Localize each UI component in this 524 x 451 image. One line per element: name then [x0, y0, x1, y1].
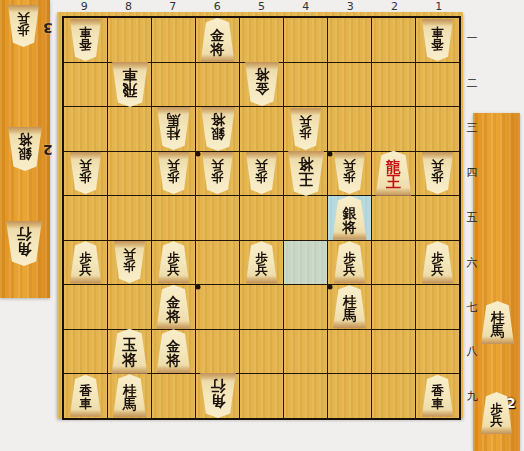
square-7-9[interactable] — [152, 374, 195, 418]
gote-hand-歩兵[interactable]: 歩兵3 — [7, 5, 47, 51]
square-8-7[interactable] — [108, 285, 151, 329]
sente-piece-歩兵[interactable]: 歩兵 — [333, 241, 366, 283]
gote-piece-歩兵[interactable]: 歩兵 — [69, 152, 102, 194]
sente-piece-龍王[interactable]: 龍王 — [375, 151, 413, 196]
star-point — [195, 285, 200, 290]
square-1-1[interactable]: 香車 — [416, 18, 459, 62]
gote-piece-歩兵[interactable]: 歩兵 — [201, 152, 234, 194]
piece-kanji: 歩兵 — [255, 252, 268, 277]
piece-kanji: 桂馬 — [343, 295, 357, 322]
sente-piece-歩兵[interactable]: 歩兵 — [245, 241, 278, 283]
square-4-9[interactable] — [284, 374, 327, 418]
file-label-8: 8 — [106, 0, 150, 13]
square-9-1[interactable]: 香車 — [64, 18, 107, 62]
file-label-6: 6 — [195, 0, 239, 13]
square-6-5[interactable] — [196, 196, 239, 240]
gote-piece-飛車[interactable]: 飛車 — [111, 62, 149, 107]
sente-piece-銀将[interactable]: 銀将 — [332, 196, 368, 240]
sente-piece-歩兵[interactable]: 歩兵 — [157, 241, 190, 283]
square-8-5[interactable] — [108, 196, 151, 240]
square-6-3[interactable]: 銀将 — [196, 107, 239, 151]
gote-captured-stand: 歩兵3銀将2角行 — [0, 0, 50, 298]
piece-kanji: 銀将 — [211, 113, 225, 141]
square-7-4[interactable]: 歩兵 — [152, 152, 195, 196]
rank-label-3: 三 — [464, 106, 480, 151]
gote-hand-角行[interactable]: 角行 — [5, 221, 45, 267]
square-5-3[interactable] — [240, 107, 283, 151]
piece-kanji: 歩兵 — [255, 159, 268, 184]
piece-kanji: 歩兵 — [167, 252, 180, 277]
piece-kanji: 香車 — [79, 385, 92, 410]
sente-hand-桂馬[interactable]: 桂馬 — [480, 301, 520, 347]
square-5-6[interactable]: 歩兵 — [240, 241, 283, 285]
gote-piece-角行[interactable]: 角行 — [5, 221, 43, 266]
square-5-7[interactable] — [240, 285, 283, 329]
square-8-1[interactable] — [108, 18, 151, 62]
file-label-9: 9 — [62, 0, 106, 13]
square-5-1[interactable] — [240, 18, 283, 62]
rank-label-9: 九 — [464, 374, 480, 419]
rank-label-2: 二 — [464, 61, 480, 106]
square-2-1[interactable] — [372, 18, 415, 62]
piece-kanji: 香車 — [79, 25, 92, 50]
piece-kanji: 歩兵 — [79, 159, 92, 184]
gote-piece-歩兵[interactable]: 歩兵 — [245, 152, 278, 194]
piece-kanji: 龍王 — [386, 160, 401, 190]
sente-piece-金将[interactable]: 金将 — [200, 18, 236, 62]
sente-piece-金将[interactable]: 金将 — [156, 329, 192, 373]
square-8-4[interactable] — [108, 152, 151, 196]
square-2-4[interactable]: 龍王 — [372, 152, 415, 196]
sente-piece-桂馬[interactable]: 桂馬 — [332, 285, 367, 328]
square-8-6[interactable]: 歩兵 — [108, 241, 151, 285]
gote-piece-角行[interactable]: 角行 — [199, 373, 237, 418]
piece-kanji: 金将 — [167, 295, 181, 323]
square-9-2[interactable] — [64, 63, 107, 107]
square-9-6[interactable]: 歩兵 — [64, 241, 107, 285]
rank-label-8: 八 — [464, 329, 480, 374]
piece-kanji: 歩兵 — [79, 252, 92, 277]
square-7-2[interactable] — [152, 63, 195, 107]
piece-kanji: 歩兵 — [211, 159, 224, 184]
piece-kanji: 香車 — [431, 25, 444, 50]
square-8-2[interactable]: 飛車 — [108, 63, 151, 107]
gote-piece-銀将[interactable]: 銀将 — [200, 107, 236, 151]
file-label-1: 1 — [417, 0, 461, 13]
piece-kanji: 飛車 — [122, 67, 137, 97]
square-8-8[interactable]: 玉将 — [108, 330, 151, 374]
square-5-9[interactable] — [240, 374, 283, 418]
hand-count: 2 — [43, 143, 53, 157]
sente-piece-歩兵[interactable]: 歩兵 — [480, 392, 513, 434]
square-9-3[interactable] — [64, 107, 107, 151]
gote-piece-香車[interactable]: 香車 — [421, 19, 454, 61]
rank-label-4: 四 — [464, 150, 480, 195]
piece-kanji: 歩兵 — [431, 252, 444, 277]
square-3-3[interactable] — [328, 107, 371, 151]
rank-labels: 一二三四五六七八九 — [464, 16, 480, 419]
gote-piece-銀将[interactable]: 銀将 — [7, 127, 43, 171]
sente-piece-歩兵[interactable]: 歩兵 — [69, 241, 102, 283]
piece-kanji: 角行 — [17, 227, 32, 257]
piece-kanji: 銀将 — [343, 206, 357, 234]
gote-piece-歩兵[interactable]: 歩兵 — [289, 108, 322, 150]
star-point — [327, 285, 332, 290]
square-2-2[interactable] — [372, 63, 415, 107]
gote-piece-歩兵[interactable]: 歩兵 — [421, 152, 454, 194]
rank-label-5: 五 — [464, 195, 480, 240]
hand-count: 3 — [43, 21, 53, 35]
sente-captured-stand: 桂馬歩兵2 — [473, 113, 520, 451]
rank-label-6: 六 — [464, 240, 480, 285]
piece-kanji: 銀将 — [18, 133, 32, 161]
square-5-2[interactable]: 金将 — [240, 63, 283, 107]
file-label-4: 4 — [284, 0, 328, 13]
piece-kanji: 歩兵 — [343, 159, 356, 184]
square-7-5[interactable] — [152, 196, 195, 240]
piece-kanji: 桂馬 — [167, 113, 181, 140]
file-label-3: 3 — [328, 0, 372, 13]
sente-piece-香車[interactable]: 香車 — [421, 375, 454, 417]
square-7-8[interactable]: 金将 — [152, 330, 195, 374]
square-3-7[interactable]: 桂馬 — [328, 285, 371, 329]
file-label-7: 7 — [151, 0, 195, 13]
sente-piece-桂馬[interactable]: 桂馬 — [480, 301, 515, 344]
square-4-1[interactable] — [284, 18, 327, 62]
square-2-6[interactable] — [372, 241, 415, 285]
board-grid: 香車金将香車飛車金将桂馬銀将歩兵歩兵歩兵歩兵歩兵王将歩兵龍王歩兵銀将歩兵歩兵歩兵… — [62, 16, 461, 420]
gote-piece-金将[interactable]: 金将 — [244, 62, 280, 106]
square-2-7[interactable] — [372, 285, 415, 329]
gote-piece-王将[interactable]: 王将 — [287, 151, 325, 196]
piece-kanji: 金将 — [211, 28, 225, 56]
square-2-3[interactable] — [372, 107, 415, 151]
square-3-6[interactable]: 歩兵 — [328, 241, 371, 285]
square-9-4[interactable]: 歩兵 — [64, 152, 107, 196]
square-2-9[interactable] — [372, 374, 415, 418]
square-6-8[interactable] — [196, 330, 239, 374]
piece-kanji: 角行 — [210, 379, 225, 409]
square-1-4[interactable]: 歩兵 — [416, 152, 459, 196]
file-label-5: 5 — [239, 0, 283, 13]
piece-kanji: 歩兵 — [123, 248, 136, 273]
piece-kanji: 王将 — [298, 156, 313, 186]
square-6-4[interactable]: 歩兵 — [196, 152, 239, 196]
square-9-9[interactable]: 香車 — [64, 374, 107, 418]
square-6-7[interactable] — [196, 285, 239, 329]
square-8-3[interactable] — [108, 107, 151, 151]
square-6-6[interactable] — [196, 241, 239, 285]
square-5-8[interactable] — [240, 330, 283, 374]
square-4-2[interactable] — [284, 63, 327, 107]
square-3-1[interactable] — [328, 18, 371, 62]
sente-piece-金将[interactable]: 金将 — [156, 285, 192, 329]
square-7-1[interactable] — [152, 18, 195, 62]
sente-piece-歩兵[interactable]: 歩兵 — [421, 241, 454, 283]
piece-kanji: 桂馬 — [123, 384, 137, 411]
star-point — [327, 151, 332, 156]
gote-hand-銀将[interactable]: 銀将2 — [7, 127, 47, 173]
square-2-5[interactable] — [372, 196, 415, 240]
star-point — [195, 151, 200, 156]
piece-kanji: 金将 — [255, 68, 269, 96]
piece-kanji: 香車 — [431, 385, 444, 410]
square-4-5[interactable] — [284, 196, 327, 240]
square-5-4[interactable]: 歩兵 — [240, 152, 283, 196]
square-5-5[interactable] — [240, 196, 283, 240]
square-4-6[interactable] — [284, 241, 327, 285]
piece-kanji: 歩兵 — [17, 12, 30, 37]
file-labels: 987654321 — [62, 0, 461, 13]
sente-piece-桂馬[interactable]: 桂馬 — [112, 374, 147, 417]
piece-kanji: 歩兵 — [343, 252, 356, 277]
gote-piece-歩兵[interactable]: 歩兵 — [7, 5, 40, 47]
square-3-5[interactable]: 銀将 — [328, 196, 371, 240]
square-1-9[interactable]: 香車 — [416, 374, 459, 418]
square-3-4[interactable]: 歩兵 — [328, 152, 371, 196]
square-8-9[interactable]: 桂馬 — [108, 374, 151, 418]
gote-piece-歩兵[interactable]: 歩兵 — [333, 152, 366, 194]
gote-piece-歩兵[interactable]: 歩兵 — [157, 152, 190, 194]
gote-piece-歩兵[interactable]: 歩兵 — [113, 241, 146, 283]
square-9-8[interactable] — [64, 330, 107, 374]
sente-piece-玉将[interactable]: 玉将 — [111, 329, 149, 374]
square-7-3[interactable]: 桂馬 — [152, 107, 195, 151]
square-1-5[interactable] — [416, 196, 459, 240]
piece-kanji: 玉将 — [122, 338, 137, 368]
square-9-5[interactable] — [64, 196, 107, 240]
sente-hand-歩兵[interactable]: 歩兵2 — [480, 392, 520, 438]
square-4-8[interactable] — [284, 330, 327, 374]
square-7-7[interactable]: 金将 — [152, 285, 195, 329]
gote-piece-桂馬[interactable]: 桂馬 — [156, 107, 191, 150]
rank-label-7: 七 — [464, 285, 480, 330]
square-6-1[interactable]: 金将 — [196, 18, 239, 62]
gote-piece-香車[interactable]: 香車 — [69, 19, 102, 61]
square-1-3[interactable] — [416, 107, 459, 151]
piece-kanji: 歩兵 — [431, 159, 444, 184]
square-4-3[interactable]: 歩兵 — [284, 107, 327, 151]
piece-kanji: 桂馬 — [491, 311, 505, 338]
file-label-2: 2 — [372, 0, 416, 13]
square-7-6[interactable]: 歩兵 — [152, 241, 195, 285]
square-6-9[interactable]: 角行 — [196, 374, 239, 418]
square-6-2[interactable] — [196, 63, 239, 107]
square-4-7[interactable] — [284, 285, 327, 329]
square-4-4[interactable]: 王将 — [284, 152, 327, 196]
square-2-8[interactable] — [372, 330, 415, 374]
square-1-6[interactable]: 歩兵 — [416, 241, 459, 285]
piece-kanji: 歩兵 — [167, 159, 180, 184]
piece-kanji: 金将 — [167, 339, 181, 367]
square-1-2[interactable] — [416, 63, 459, 107]
piece-kanji: 歩兵 — [490, 403, 503, 428]
square-3-2[interactable] — [328, 63, 371, 107]
square-1-8[interactable] — [416, 330, 459, 374]
rank-label-1: 一 — [464, 16, 480, 61]
piece-kanji: 歩兵 — [299, 114, 312, 139]
sente-piece-香車[interactable]: 香車 — [69, 375, 102, 417]
square-1-7[interactable] — [416, 285, 459, 329]
square-3-8[interactable] — [328, 330, 371, 374]
square-9-7[interactable] — [64, 285, 107, 329]
square-3-9[interactable] — [328, 374, 371, 418]
